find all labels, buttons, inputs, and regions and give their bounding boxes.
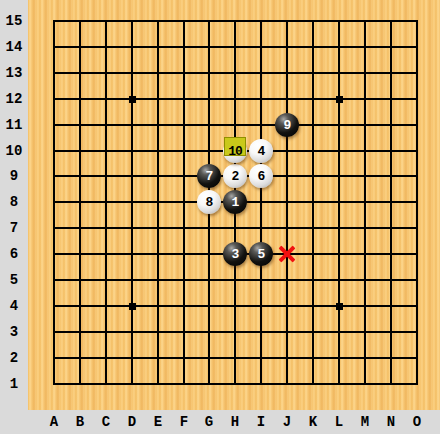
grid-line-horizontal (53, 227, 418, 229)
stone-black-I6: 5 (249, 242, 273, 266)
grid-line-horizontal (53, 98, 418, 100)
column-label: C (93, 411, 119, 433)
go-board[interactable] (0, 0, 440, 434)
column-label: H (222, 411, 248, 433)
column-label: F (171, 411, 197, 433)
row-label: 11 (0, 114, 28, 136)
row-label: 2 (0, 347, 28, 369)
column-label: L (326, 411, 352, 433)
grid-line-horizontal (53, 46, 418, 48)
x-mark-J6 (277, 244, 297, 264)
go-board-diagram: 151413121110987654321ABCDEFGHIJKLMNO1234… (0, 0, 440, 434)
row-label: 6 (0, 243, 28, 265)
star-point (129, 303, 136, 310)
stone-number: 7 (197, 164, 221, 188)
star-point (336, 303, 343, 310)
row-label: 8 (0, 191, 28, 213)
row-label: 12 (0, 88, 28, 110)
star-point (336, 96, 343, 103)
row-label: 14 (0, 36, 28, 58)
grid-line-horizontal (53, 357, 418, 359)
star-point (129, 96, 136, 103)
grid-line-horizontal (53, 331, 418, 333)
column-label: J (274, 411, 300, 433)
row-label: 7 (0, 217, 28, 239)
column-label: K (300, 411, 326, 433)
grid-line-horizontal (53, 72, 418, 74)
stone-black-H8: 1 (223, 190, 247, 214)
grid-line-horizontal (53, 279, 418, 281)
stone-number: 6 (249, 164, 273, 188)
column-label: E (145, 411, 171, 433)
stone-black-G9: 7 (197, 164, 221, 188)
stone-black-J11: 9 (275, 113, 299, 137)
row-label: 9 (0, 165, 28, 187)
column-label: G (196, 411, 222, 433)
column-label: A (41, 411, 67, 433)
row-label: 5 (0, 269, 28, 291)
stone-white-H10: 10 (223, 139, 247, 163)
row-label: 15 (0, 10, 28, 32)
stone-white-H9: 2 (223, 164, 247, 188)
stone-black-H6: 3 (223, 242, 247, 266)
stone-number: 3 (223, 242, 247, 266)
column-label: N (378, 411, 404, 433)
stone-number: 2 (223, 164, 247, 188)
row-label: 3 (0, 321, 28, 343)
row-label: 1 (0, 373, 28, 395)
stone-white-G8: 8 (197, 190, 221, 214)
column-label: D (119, 411, 145, 433)
row-label: 4 (0, 295, 28, 317)
stone-white-I9: 6 (249, 164, 273, 188)
row-label: 10 (0, 140, 28, 162)
grid-line-horizontal (53, 20, 418, 22)
grid-line-horizontal (53, 305, 418, 307)
grid-line-horizontal (53, 124, 418, 126)
stone-number: 8 (197, 190, 221, 214)
column-label: B (67, 411, 93, 433)
stone-number: 9 (275, 113, 299, 137)
stone-number: 1 (223, 190, 247, 214)
column-label: M (352, 411, 378, 433)
stone-number: 10 (223, 139, 247, 163)
stone-number: 4 (249, 139, 273, 163)
stone-number: 5 (249, 242, 273, 266)
column-label: O (404, 411, 430, 433)
grid-line-horizontal (53, 383, 418, 385)
stone-white-I10: 4 (249, 139, 273, 163)
row-label: 13 (0, 62, 28, 84)
column-label: I (248, 411, 274, 433)
